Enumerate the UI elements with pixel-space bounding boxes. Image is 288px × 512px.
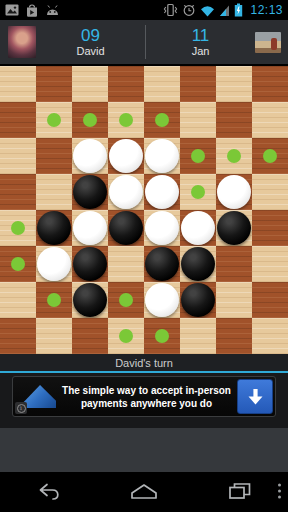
- board-cell-r5c1[interactable]: [36, 246, 72, 282]
- clock: 12:13: [250, 3, 283, 17]
- board-cell-r3c4[interactable]: [144, 174, 180, 210]
- board-cell-r0c0[interactable]: [0, 66, 36, 102]
- back-button[interactable]: [0, 482, 96, 501]
- legal-move-hint[interactable]: [155, 329, 169, 343]
- board-cell-r3c6[interactable]: [216, 174, 252, 210]
- board-cell-r5c2[interactable]: [72, 246, 108, 282]
- board-cell-r2c4[interactable]: [144, 138, 180, 174]
- battery-charging-icon: [234, 3, 243, 17]
- info-glyph: i: [17, 404, 26, 413]
- board-cell-r5c3[interactable]: [108, 246, 144, 282]
- ad-info-icon[interactable]: i: [15, 402, 27, 414]
- background-area: [0, 428, 288, 472]
- white-disc: [217, 175, 251, 209]
- ad-download-button[interactable]: [237, 379, 273, 414]
- white-disc: [37, 247, 71, 281]
- recents-button[interactable]: [192, 482, 288, 500]
- board-cell-r4c5[interactable]: [180, 210, 216, 246]
- board-cell-r6c0[interactable]: [0, 282, 36, 318]
- board-cell-r3c2[interactable]: [72, 174, 108, 210]
- recents-icon: [228, 482, 252, 500]
- white-disc: [145, 175, 179, 209]
- white-disc: [73, 211, 107, 245]
- black-disc: [217, 211, 251, 245]
- ad-line-2: payments anywhere you do: [56, 397, 237, 410]
- board-cell-r3c1[interactable]: [36, 174, 72, 210]
- legal-move-hint[interactable]: [11, 257, 25, 271]
- board-cell-r4c0[interactable]: [0, 210, 36, 246]
- board-cell-r0c2[interactable]: [72, 66, 108, 102]
- board-cell-r3c7[interactable]: [252, 174, 288, 210]
- black-disc: [181, 247, 215, 281]
- board-cell-r5c5[interactable]: [180, 246, 216, 282]
- legal-move-hint[interactable]: [119, 293, 133, 307]
- board-cell-r2c7[interactable]: [252, 138, 288, 174]
- board-cell-r3c3[interactable]: [108, 174, 144, 210]
- ad-banner[interactable]: i The simple way to accept in-person pay…: [12, 376, 276, 417]
- board-cell-r5c4[interactable]: [144, 246, 180, 282]
- board-cell-r6c5[interactable]: [180, 282, 216, 318]
- score-bar: 09 David 11 Jan: [0, 20, 288, 66]
- ad-line-1: The simple way to accept in-person: [56, 384, 237, 397]
- board-cell-r3c0[interactable]: [0, 174, 36, 210]
- player-avatar-jan[interactable]: [255, 32, 281, 53]
- white-disc: [181, 211, 215, 245]
- board-cell-r7c5[interactable]: [180, 318, 216, 354]
- david-name: David: [76, 46, 104, 58]
- player-panel-david: 09 David: [36, 27, 145, 57]
- board-cell-r2c3[interactable]: [108, 138, 144, 174]
- status-bar: 12:13: [0, 0, 288, 20]
- legal-move-hint[interactable]: [155, 113, 169, 127]
- board-cell-r1c4[interactable]: [144, 102, 180, 138]
- board-cell-r1c0[interactable]: [0, 102, 36, 138]
- ad-section: i The simple way to accept in-person pay…: [0, 373, 288, 428]
- board-cell-r1c3[interactable]: [108, 102, 144, 138]
- system-status-icons: 12:13: [163, 3, 283, 17]
- black-disc: [37, 211, 71, 245]
- board-cell-r0c4[interactable]: [144, 66, 180, 102]
- board-cell-r4c4[interactable]: [144, 210, 180, 246]
- board-cell-r1c7[interactable]: [252, 102, 288, 138]
- legal-move-hint[interactable]: [11, 221, 25, 235]
- board-cell-r6c6[interactable]: [216, 282, 252, 318]
- board-cell-r1c6[interactable]: [216, 102, 252, 138]
- game-board: [0, 66, 288, 354]
- legal-move-hint[interactable]: [119, 113, 133, 127]
- home-icon: [130, 483, 158, 499]
- overflow-menu-button[interactable]: [278, 484, 281, 499]
- white-disc: [145, 139, 179, 173]
- ad-text: The simple way to accept in-person payme…: [56, 384, 237, 410]
- turn-indicator: David's turn: [0, 354, 288, 371]
- board-cell-r1c5[interactable]: [180, 102, 216, 138]
- board-cell-r6c3[interactable]: [108, 282, 144, 318]
- black-disc: [73, 283, 107, 317]
- legal-move-hint[interactable]: [119, 329, 133, 343]
- player-panel-jan: 11 Jan: [146, 27, 255, 57]
- board-cell-r0c5[interactable]: [180, 66, 216, 102]
- board-cell-r7c7[interactable]: [252, 318, 288, 354]
- board-cell-r6c7[interactable]: [252, 282, 288, 318]
- board-cell-r7c3[interactable]: [108, 318, 144, 354]
- signal-icon: [219, 4, 230, 17]
- board-cell-r4c6[interactable]: [216, 210, 252, 246]
- board-cell-r5c6[interactable]: [216, 246, 252, 282]
- board-cell-r0c7[interactable]: [252, 66, 288, 102]
- alarm-icon: [182, 3, 196, 17]
- phone-screen: 12:13 09 David 11 Jan David's turn i The…: [0, 0, 288, 512]
- board-cell-r6c1[interactable]: [36, 282, 72, 318]
- board-cell-r7c6[interactable]: [216, 318, 252, 354]
- legal-move-hint[interactable]: [191, 185, 205, 199]
- wifi-icon: [200, 4, 215, 17]
- black-disc: [145, 247, 179, 281]
- play-store-icon: [26, 4, 38, 17]
- legal-move-hint[interactable]: [47, 293, 61, 307]
- board-cell-r2c1[interactable]: [36, 138, 72, 174]
- board-cell-r0c3[interactable]: [108, 66, 144, 102]
- board-cell-r4c3[interactable]: [108, 210, 144, 246]
- home-button[interactable]: [96, 483, 192, 499]
- board-cell-r7c2[interactable]: [72, 318, 108, 354]
- jan-score: 11: [192, 27, 210, 45]
- board-cell-r2c0[interactable]: [0, 138, 36, 174]
- jan-name: Jan: [192, 46, 210, 58]
- board-cell-r7c1[interactable]: [36, 318, 72, 354]
- download-arrow-icon: [248, 389, 263, 405]
- black-disc: [73, 175, 107, 209]
- board-cell-r6c4[interactable]: [144, 282, 180, 318]
- white-disc: [145, 283, 179, 317]
- android-icon: [45, 5, 60, 16]
- board-cell-r3c5[interactable]: [180, 174, 216, 210]
- board-cell-r2c5[interactable]: [180, 138, 216, 174]
- board-cell-r2c6[interactable]: [216, 138, 252, 174]
- board-cell-r7c4[interactable]: [144, 318, 180, 354]
- legal-move-hint[interactable]: [227, 149, 241, 163]
- board-cell-r6c2[interactable]: [72, 282, 108, 318]
- board-cell-r0c1[interactable]: [36, 66, 72, 102]
- black-disc: [181, 283, 215, 317]
- vibrate-icon: [163, 3, 178, 17]
- back-icon: [36, 482, 61, 501]
- board-cell-r4c2[interactable]: [72, 210, 108, 246]
- legal-move-hint[interactable]: [191, 149, 205, 163]
- white-disc: [73, 139, 107, 173]
- board-cell-r1c2[interactable]: [72, 102, 108, 138]
- navigation-bar: [0, 472, 288, 510]
- board-cell-r1c1[interactable]: [36, 102, 72, 138]
- black-disc: [109, 211, 143, 245]
- board-cell-r2c2[interactable]: [72, 138, 108, 174]
- black-disc: [73, 247, 107, 281]
- white-disc: [109, 175, 143, 209]
- board-cell-r4c1[interactable]: [36, 210, 72, 246]
- board-cell-r5c7[interactable]: [252, 246, 288, 282]
- legal-move-hint[interactable]: [263, 149, 277, 163]
- board-cell-r0c6[interactable]: [216, 66, 252, 102]
- white-disc: [145, 211, 179, 245]
- board-cell-r4c7[interactable]: [252, 210, 288, 246]
- legal-move-hint[interactable]: [83, 113, 97, 127]
- notification-icons: [5, 4, 60, 17]
- board-cell-r7c0[interactable]: [0, 318, 36, 354]
- screenshot-icon: [5, 4, 19, 16]
- turn-text: David's turn: [115, 357, 173, 369]
- david-score: 09: [81, 27, 100, 45]
- legal-move-hint[interactable]: [47, 113, 61, 127]
- board-cell-r5c0[interactable]: [0, 246, 36, 282]
- white-disc: [109, 139, 143, 173]
- player-avatar-david[interactable]: [8, 26, 36, 58]
